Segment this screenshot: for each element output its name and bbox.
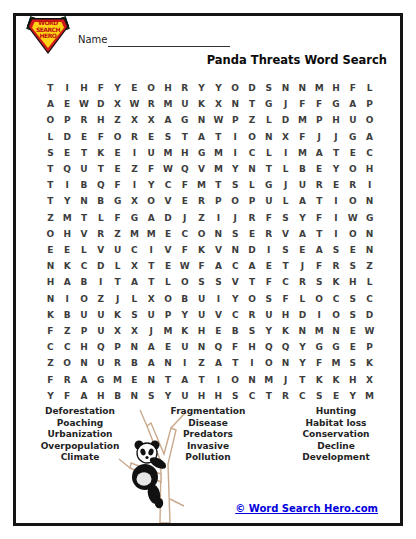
grid-cell-r9c1: Z — [42, 210, 59, 226]
grid-cell-r5c4: K — [92, 145, 109, 161]
grid-cell-r13c12: V — [227, 274, 244, 290]
grid-cell-r6c4: T — [92, 161, 109, 177]
word-list-item: Urbanization — [16, 429, 144, 441]
grid-cell-r8c5: G — [109, 193, 126, 209]
grid-cell-r7c12: S — [227, 177, 244, 193]
grid-cell-r11c8: V — [160, 242, 177, 258]
grid-cell-r11c9: F — [176, 242, 193, 258]
grid-cell-r2c17: F — [311, 96, 328, 112]
grid-cell-r15c1: K — [42, 307, 59, 323]
grid-cell-r14c3: O — [76, 291, 93, 307]
grid-cell-r20c18: E — [328, 388, 345, 404]
grid-cell-r17c14: Q — [260, 339, 277, 355]
grid-cell-r7c2: I — [59, 177, 76, 193]
grid-cell-r16c19: E — [344, 323, 361, 339]
grid-cell-r1c6: E — [126, 80, 143, 96]
grid-cell-r4c16: F — [294, 129, 311, 145]
grid-cell-r19c9: A — [176, 372, 193, 388]
grid-cell-r2c2: E — [59, 96, 76, 112]
grid-cell-r11c19: E — [344, 242, 361, 258]
grid-cell-r3c13: Z — [244, 112, 261, 128]
grid-cell-r19c8: T — [160, 372, 177, 388]
grid-cell-r7c5: F — [109, 177, 126, 193]
grid-cell-r11c10: K — [193, 242, 210, 258]
grid-cell-r10c15: V — [277, 226, 294, 242]
grid-cell-r14c17: O — [311, 291, 328, 307]
grid-cell-r11c17: A — [311, 242, 328, 258]
grid-cell-r2c3: W — [76, 96, 93, 112]
word-list-item: Invasive — [144, 441, 272, 453]
grid-cell-r16c12: B — [227, 323, 244, 339]
grid-cell-r5c15: I — [277, 145, 294, 161]
grid-cell-r5c5: E — [109, 145, 126, 161]
grid-cell-r5c9: H — [176, 145, 193, 161]
grid-cell-r14c19: S — [344, 291, 361, 307]
grid-cell-r3c14: L — [260, 112, 277, 128]
grid-cell-r16c4: U — [92, 323, 109, 339]
grid-cell-r12c2: K — [59, 258, 76, 274]
grid-cell-r9c13: R — [244, 210, 261, 226]
grid-cell-r20c13: C — [244, 388, 261, 404]
grid-cell-r10c9: C — [176, 226, 193, 242]
grid-cell-r18c6: B — [126, 355, 143, 371]
grid-cell-r3c10: N — [193, 112, 210, 128]
grid-cell-r11c18: S — [328, 242, 345, 258]
grid-cell-r14c11: I — [210, 291, 227, 307]
grid-cell-r18c4: U — [92, 355, 109, 371]
grid-cell-r20c19: Y — [344, 388, 361, 404]
grid-cell-r10c14: R — [260, 226, 277, 242]
grid-cell-r10c19: O — [344, 226, 361, 242]
word-search-hero-link[interactable]: © Word Search Hero.com — [235, 503, 378, 514]
grid-cell-r1c1: T — [42, 80, 59, 96]
grid-cell-r12c16: J — [294, 258, 311, 274]
grid-cell-r7c16: U — [294, 177, 311, 193]
name-label: Name — [78, 34, 108, 45]
grid-cell-r11c13: D — [244, 242, 261, 258]
grid-cell-r6c3: U — [76, 161, 93, 177]
grid-cell-r18c1: Z — [42, 355, 59, 371]
grid-cell-r19c2: R — [59, 372, 76, 388]
grid-cell-r11c1: E — [42, 242, 59, 258]
word-list-item: Decline — [272, 441, 400, 453]
grid-cell-r10c6: M — [126, 226, 143, 242]
grid-cell-r12c20: Z — [361, 258, 378, 274]
grid-cell-r1c8: H — [160, 80, 177, 96]
grid-cell-r12c14: E — [260, 258, 277, 274]
grid-cell-r15c13: R — [244, 307, 261, 323]
grid-cell-r6c6: Z — [126, 161, 143, 177]
grid-cell-r6c13: N — [244, 161, 261, 177]
grid-cell-r6c17: E — [311, 161, 328, 177]
grid-cell-r8c1: T — [42, 193, 59, 209]
word-list-item: Predators — [144, 429, 272, 441]
word-list-item: Poaching — [16, 418, 144, 430]
grid-cell-r6c14: T — [260, 161, 277, 177]
grid-cell-r6c11: M — [210, 161, 227, 177]
grid-cell-r6c7: F — [143, 161, 160, 177]
grid-cell-r14c1: N — [42, 291, 59, 307]
grid-cell-r14c13: O — [244, 291, 261, 307]
grid-cell-r17c19: E — [344, 339, 361, 355]
grid-cell-r18c12: T — [227, 355, 244, 371]
grid-cell-r3c6: X — [126, 112, 143, 128]
grid-cell-r15c15: H — [277, 307, 294, 323]
grid-cell-r12c1: N — [42, 258, 59, 274]
grid-cell-r18c7: A — [143, 355, 160, 371]
grid-cell-r13c9: O — [176, 274, 193, 290]
grid-cell-r10c5: Z — [109, 226, 126, 242]
grid-cell-r7c10: M — [193, 177, 210, 193]
grid-cell-r6c15: L — [277, 161, 294, 177]
grid-cell-r12c12: C — [227, 258, 244, 274]
grid-cell-r19c5: M — [109, 372, 126, 388]
word-list-item: Fragmentation — [144, 406, 272, 418]
grid-cell-r10c13: E — [244, 226, 261, 242]
grid-cell-r12c18: R — [328, 258, 345, 274]
grid-cell-r20c3: A — [76, 388, 93, 404]
grid-cell-r3c16: M — [294, 112, 311, 128]
grid-cell-r6c18: Y — [328, 161, 345, 177]
word-grid: TIHFYEOHRYYODSNNMHFLAEWDXWRMUKXNTGJFFGAP… — [42, 80, 378, 404]
grid-cell-r9c11: I — [210, 210, 227, 226]
grid-cell-r15c20: D — [361, 307, 378, 323]
grid-cell-r9c19: W — [344, 210, 361, 226]
grid-cell-r11c14: I — [260, 242, 277, 258]
grid-cell-r15c3: U — [76, 307, 93, 323]
grid-cell-r19c7: N — [143, 372, 160, 388]
grid-cell-r8c7: O — [143, 193, 160, 209]
grid-cell-r19c3: A — [76, 372, 93, 388]
grid-cell-r15c16: D — [294, 307, 311, 323]
grid-cell-r18c13: I — [244, 355, 261, 371]
grid-cell-r4c8: S — [160, 129, 177, 145]
grid-cell-r7c3: B — [76, 177, 93, 193]
grid-cell-r13c16: R — [294, 274, 311, 290]
grid-cell-r14c6: L — [126, 291, 143, 307]
grid-cell-r10c8: E — [160, 226, 177, 242]
grid-cell-r8c16: A — [294, 193, 311, 209]
grid-cell-r1c15: N — [277, 80, 294, 96]
grid-cell-r7c9: F — [176, 177, 193, 193]
grid-cell-r18c16: Y — [294, 355, 311, 371]
grid-cell-r14c4: Z — [92, 291, 109, 307]
grid-cell-r2c11: X — [210, 96, 227, 112]
grid-cell-r20c2: F — [59, 388, 76, 404]
grid-cell-r15c12: C — [227, 307, 244, 323]
grid-cell-r3c2: P — [59, 112, 76, 128]
grid-cell-r16c17: M — [311, 323, 328, 339]
grid-cell-r2c8: M — [160, 96, 177, 112]
grid-cell-r15c14: U — [260, 307, 277, 323]
grid-cell-r19c15: J — [277, 372, 294, 388]
grid-cell-r16c9: K — [176, 323, 193, 339]
grid-cell-r7c6: I — [126, 177, 143, 193]
grid-cell-r9c14: F — [260, 210, 277, 226]
grid-cell-r13c11: S — [210, 274, 227, 290]
grid-cell-r13c5: T — [109, 274, 126, 290]
grid-cell-r17c18: G — [328, 339, 345, 355]
grid-cell-r8c3: N — [76, 193, 93, 209]
grid-cell-r6c5: E — [109, 161, 126, 177]
grid-cell-r3c20: O — [361, 112, 378, 128]
grid-cell-r2c19: A — [344, 96, 361, 112]
grid-cell-r9c9: J — [176, 210, 193, 226]
grid-cell-r2c15: J — [277, 96, 294, 112]
grid-cell-r1c14: S — [260, 80, 277, 96]
grid-cell-r14c15: F — [277, 291, 294, 307]
word-list-column-1: DeforestationPoachingUrbanizationOverpop… — [16, 406, 144, 464]
grid-cell-r1c13: D — [244, 80, 261, 96]
grid-cell-r19c10: T — [193, 372, 210, 388]
grid-cell-r19c18: K — [328, 372, 345, 388]
grid-cell-r17c5: P — [109, 339, 126, 355]
grid-cell-r7c15: J — [277, 177, 294, 193]
grid-cell-r7c1: T — [42, 177, 59, 193]
grid-cell-r11c12: N — [227, 242, 244, 258]
grid-cell-r18c8: N — [160, 355, 177, 371]
grid-cell-r16c20: W — [361, 323, 378, 339]
grid-cell-r15c4: U — [92, 307, 109, 323]
grid-cell-r4c17: J — [311, 129, 328, 145]
grid-cell-r2c6: W — [126, 96, 143, 112]
grid-cell-r8c9: E — [176, 193, 193, 209]
grid-cell-r5c19: E — [344, 145, 361, 161]
grid-cell-r2c16: F — [294, 96, 311, 112]
grid-cell-r9c12: J — [227, 210, 244, 226]
grid-cell-r9c17: F — [311, 210, 328, 226]
grid-cell-r5c12: I — [227, 145, 244, 161]
grid-cell-r3c11: W — [210, 112, 227, 128]
grid-cell-r7c17: R — [311, 177, 328, 193]
grid-cell-r6c8: W — [160, 161, 177, 177]
grid-cell-r3c12: P — [227, 112, 244, 128]
grid-cell-r18c15: N — [277, 355, 294, 371]
grid-cell-r2c9: U — [176, 96, 193, 112]
grid-cell-r3c15: D — [277, 112, 294, 128]
grid-cell-r1c17: M — [311, 80, 328, 96]
grid-cell-r5c8: M — [160, 145, 177, 161]
grid-cell-r11c2: E — [59, 242, 76, 258]
grid-cell-r4c11: T — [210, 129, 227, 145]
word-list-item: Disease — [144, 418, 272, 430]
grid-cell-r15c9: Y — [176, 307, 193, 323]
grid-cell-r12c3: C — [76, 258, 93, 274]
grid-cell-r16c14: Y — [260, 323, 277, 339]
grid-cell-r18c14: O — [260, 355, 277, 371]
grid-cell-r14c2: I — [59, 291, 76, 307]
grid-cell-r14c12: Y — [227, 291, 244, 307]
word-list-item: Habitat loss — [272, 418, 400, 430]
grid-cell-r6c1: T — [42, 161, 59, 177]
grid-cell-r1c3: H — [76, 80, 93, 96]
grid-cell-r8c10: R — [193, 193, 210, 209]
grid-cell-r1c16: N — [294, 80, 311, 96]
grid-cell-r5c6: I — [126, 145, 143, 161]
grid-cell-r18c2: O — [59, 355, 76, 371]
logo-text: WORD SEARCH HERO — [27, 20, 69, 40]
grid-cell-r8c12: O — [227, 193, 244, 209]
grid-cell-r18c10: Z — [193, 355, 210, 371]
grid-cell-r7c14: G — [260, 177, 277, 193]
grid-cell-r15c17: I — [311, 307, 328, 323]
grid-cell-r9c16: Y — [294, 210, 311, 226]
grid-cell-r11c3: L — [76, 242, 93, 258]
grid-cell-r5c10: G — [193, 145, 210, 161]
grid-cell-r7c18: E — [328, 177, 345, 193]
word-list-column-2: FragmentationDiseasePredatorsInvasivePol… — [144, 406, 272, 464]
grid-cell-r5c11: M — [210, 145, 227, 161]
grid-cell-r12c10: F — [193, 258, 210, 274]
grid-cell-r9c3: T — [76, 210, 93, 226]
grid-cell-r7c20: I — [361, 177, 378, 193]
grid-cell-r19c20: X — [361, 372, 378, 388]
grid-cell-r4c19: G — [344, 129, 361, 145]
grid-cell-r12c7: T — [143, 258, 160, 274]
grid-cell-r10c11: N — [210, 226, 227, 242]
grid-cell-r10c1: O — [42, 226, 59, 242]
grid-cell-r6c20: H — [361, 161, 378, 177]
grid-cell-r5c1: S — [42, 145, 59, 161]
worksheet-border: WORD SEARCH HERO Name Panda Threats Word… — [13, 13, 403, 526]
grid-cell-r12c4: D — [92, 258, 109, 274]
grid-cell-r1c9: R — [176, 80, 193, 96]
grid-cell-r12c19: S — [344, 258, 361, 274]
grid-cell-r12c8: E — [160, 258, 177, 274]
grid-cell-r4c2: D — [59, 129, 76, 145]
grid-cell-r1c4: F — [92, 80, 109, 96]
grid-cell-r6c19: O — [344, 161, 361, 177]
grid-cell-r19c17: K — [311, 372, 328, 388]
grid-cell-r13c19: H — [344, 274, 361, 290]
grid-cell-r5c20: C — [361, 145, 378, 161]
grid-cell-r12c9: W — [176, 258, 193, 274]
grid-cell-r7c11: T — [210, 177, 227, 193]
word-search-hero-logo-icon: WORD SEARCH HERO — [27, 14, 69, 56]
grid-cell-r8c14: U — [260, 193, 277, 209]
grid-cell-r10c20: N — [361, 226, 378, 242]
grid-cell-r3c17: P — [311, 112, 328, 128]
grid-cell-r18c3: N — [76, 355, 93, 371]
grid-cell-r17c2: C — [59, 339, 76, 355]
grid-cell-r15c18: O — [328, 307, 345, 323]
grid-cell-r5c2: E — [59, 145, 76, 161]
grid-cell-r9c6: G — [126, 210, 143, 226]
word-list-item: Conservation — [272, 429, 400, 441]
grid-cell-r20c1: Y — [42, 388, 59, 404]
grid-cell-r8c17: T — [311, 193, 328, 209]
grid-cell-r1c2: I — [59, 80, 76, 96]
grid-cell-r4c9: T — [176, 129, 193, 145]
grid-cell-r19c19: H — [344, 372, 361, 388]
grid-cell-r18c20: K — [361, 355, 378, 371]
grid-cell-r19c1: F — [42, 372, 59, 388]
grid-cell-r17c7: A — [143, 339, 160, 355]
grid-cell-r17c8: E — [160, 339, 177, 355]
grid-cell-r9c2: M — [59, 210, 76, 226]
grid-cell-r13c6: A — [126, 274, 143, 290]
grid-cell-r16c3: P — [76, 323, 93, 339]
grid-cell-r3c3: R — [76, 112, 93, 128]
grid-cell-r5c17: A — [311, 145, 328, 161]
grid-cell-r13c20: L — [361, 274, 378, 290]
grid-cell-r13c7: T — [143, 274, 160, 290]
grid-cell-r2c1: A — [42, 96, 59, 112]
grid-cell-r11c5: U — [109, 242, 126, 258]
grid-cell-r14c18: C — [328, 291, 345, 307]
grid-cell-r3c9: G — [176, 112, 193, 128]
grid-cell-r15c5: K — [109, 307, 126, 323]
grid-cell-r1c20: L — [361, 80, 378, 96]
grid-cell-r4c7: E — [143, 129, 160, 145]
grid-cell-r18c5: R — [109, 355, 126, 371]
grid-cell-r5c3: T — [76, 145, 93, 161]
grid-cell-r15c11: V — [210, 307, 227, 323]
grid-cell-r13c3: B — [76, 274, 93, 290]
grid-cell-r7c7: Y — [143, 177, 160, 193]
word-list-column-3: HuntingHabitat lossConservationDeclineDe… — [272, 406, 400, 464]
grid-cell-r16c18: N — [328, 323, 345, 339]
word-list-item: Overpopulation — [16, 441, 144, 453]
grid-cell-r12c15: T — [277, 258, 294, 274]
name-field[interactable] — [108, 45, 230, 47]
grid-cell-r5c16: M — [294, 145, 311, 161]
worksheet-page: WORD SEARCH HERO Name Panda Threats Word… — [0, 0, 416, 539]
grid-cell-r9c8: D — [160, 210, 177, 226]
grid-cell-r12c11: A — [210, 258, 227, 274]
grid-cell-r2c4: D — [92, 96, 109, 112]
grid-cell-r8c15: L — [277, 193, 294, 209]
grid-cell-r11c6: C — [126, 242, 143, 258]
grid-cell-r2c12: N — [227, 96, 244, 112]
grid-cell-r14c10: U — [193, 291, 210, 307]
grid-cell-r10c10: O — [193, 226, 210, 242]
grid-cell-r5c14: L — [260, 145, 277, 161]
grid-cell-r3c4: H — [92, 112, 109, 128]
grid-cell-r11c7: I — [143, 242, 160, 258]
grid-cell-r13c4: I — [92, 274, 109, 290]
grid-cell-r15c2: B — [59, 307, 76, 323]
grid-cell-r17c20: P — [361, 339, 378, 355]
grid-cell-r1c10: Y — [193, 80, 210, 96]
grid-cell-r4c14: N — [260, 129, 277, 145]
grid-cell-r14c14: S — [260, 291, 277, 307]
grid-cell-r12c5: L — [109, 258, 126, 274]
grid-cell-r10c2: H — [59, 226, 76, 242]
grid-cell-r3c8: A — [160, 112, 177, 128]
grid-cell-r4c6: R — [126, 129, 143, 145]
grid-cell-r1c12: O — [227, 80, 244, 96]
grid-cell-r3c19: U — [344, 112, 361, 128]
grid-cell-r11c4: V — [92, 242, 109, 258]
grid-cell-r4c15: X — [277, 129, 294, 145]
grid-cell-r5c18: T — [328, 145, 345, 161]
grid-cell-r7c8: C — [160, 177, 177, 193]
grid-cell-r15c19: S — [344, 307, 361, 323]
grid-cell-r16c16: N — [294, 323, 311, 339]
grid-cell-r6c9: Q — [176, 161, 193, 177]
grid-cell-r8c6: X — [126, 193, 143, 209]
grid-cell-r9c7: A — [143, 210, 160, 226]
grid-cell-r16c13: S — [244, 323, 261, 339]
grid-cell-r11c16: E — [294, 242, 311, 258]
grid-cell-r12c6: X — [126, 258, 143, 274]
grid-cell-r17c6: N — [126, 339, 143, 355]
grid-cell-r8c8: V — [160, 193, 177, 209]
grid-cell-r20c20: M — [361, 388, 378, 404]
grid-cell-r20c15: R — [277, 388, 294, 404]
grid-cell-r6c2: Q — [59, 161, 76, 177]
